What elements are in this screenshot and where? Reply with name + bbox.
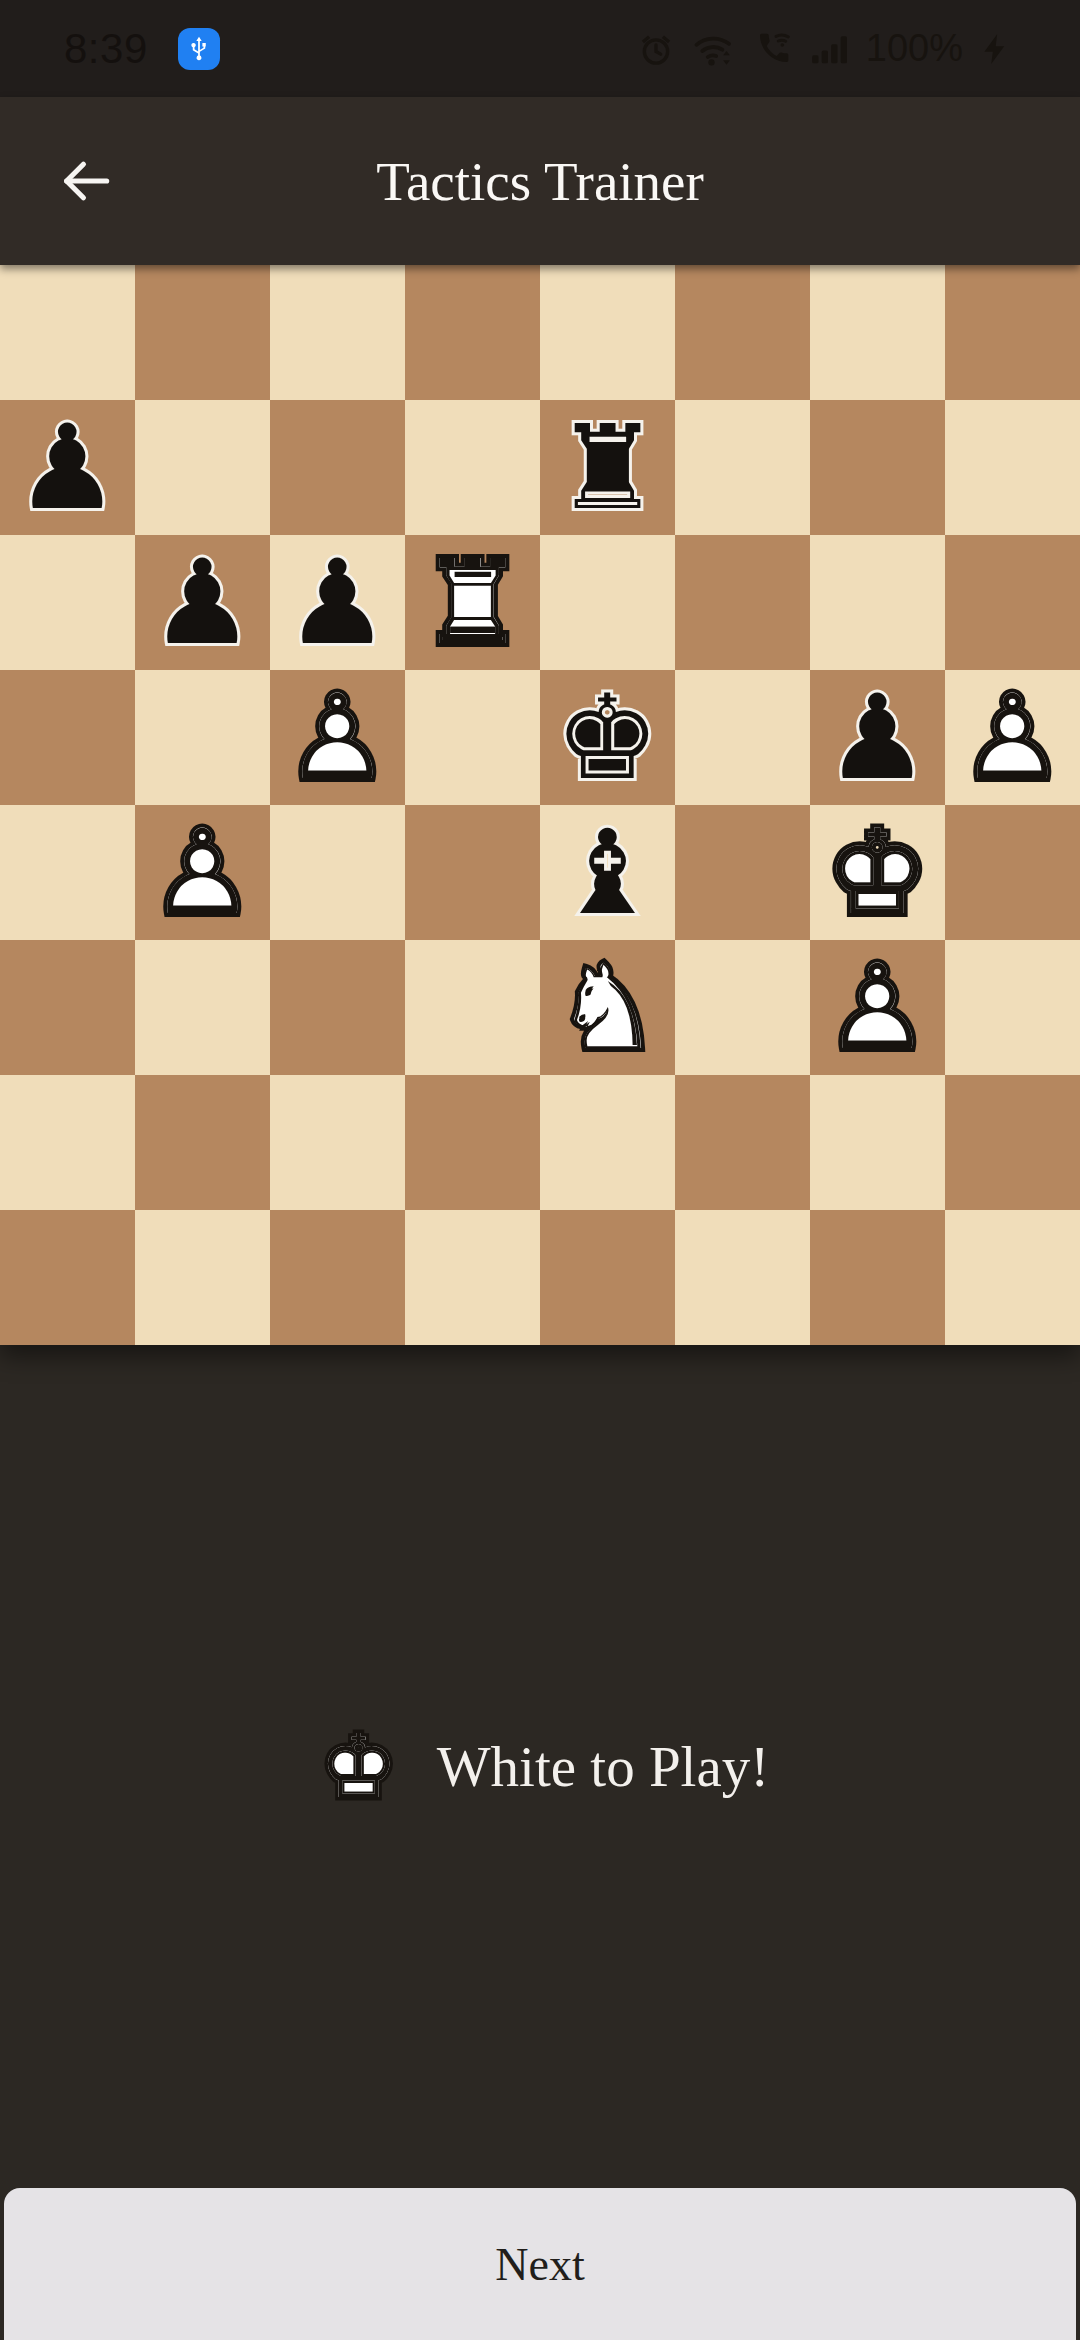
wifi-icon <box>691 29 737 69</box>
piece-glyph-halo: ♚ <box>540 670 675 805</box>
square-c6[interactable]: ♟♟ <box>270 535 405 670</box>
charging-bolt-icon <box>978 29 1012 69</box>
piece-glyph-halo: ♞ <box>540 940 675 1075</box>
app-bar: Tactics Trainer <box>0 97 1080 265</box>
square-b4[interactable]: ♟♟♙ <box>135 805 270 940</box>
piece-white-pawn-c5[interactable]: ♟♟♙ <box>270 670 405 805</box>
square-h6[interactable] <box>945 535 1080 670</box>
piece-glyph-halo: ♜ <box>540 400 675 535</box>
square-b1[interactable] <box>135 1210 270 1345</box>
piece-glyph-body: ♟ <box>0 400 135 535</box>
piece-glyph-detail: ♔ <box>311 1719 407 1815</box>
square-f7[interactable] <box>675 400 810 535</box>
prompt-white-king[interactable]: ♚♚♔ <box>311 1719 407 1815</box>
square-h7[interactable] <box>945 400 1080 535</box>
page-title: Tactics Trainer <box>376 150 704 213</box>
piece-glyph-detail: ♖ <box>405 535 540 670</box>
square-g2[interactable] <box>810 1075 945 1210</box>
piece-black-pawn-c6[interactable]: ♟♟ <box>270 535 405 670</box>
piece-glyph-halo: ♟ <box>135 535 270 670</box>
square-d4[interactable] <box>405 805 540 940</box>
alarm-icon <box>636 29 676 69</box>
square-g6[interactable] <box>810 535 945 670</box>
prompt-area: ♚♚♔ White to Play! <box>0 1345 1080 2188</box>
square-e8[interactable] <box>540 265 675 400</box>
square-a6[interactable] <box>0 535 135 670</box>
square-a4[interactable] <box>0 805 135 940</box>
piece-glyph-body: ♚ <box>311 1719 407 1815</box>
square-b6[interactable]: ♟♟ <box>135 535 270 670</box>
piece-glyph-body: ♟ <box>810 670 945 805</box>
square-e6[interactable] <box>540 535 675 670</box>
piece-black-king-e5[interactable]: ♚♚ <box>540 670 675 805</box>
square-e3[interactable]: ♞♞♘ <box>540 940 675 1075</box>
piece-glyph-detail: ♔ <box>810 805 945 940</box>
square-g3[interactable]: ♟♟♙ <box>810 940 945 1075</box>
piece-glyph-halo: ♟ <box>810 940 945 1075</box>
piece-white-king-g4[interactable]: ♚♚♔ <box>810 805 945 940</box>
square-e2[interactable] <box>540 1075 675 1210</box>
square-b8[interactable] <box>135 265 270 400</box>
piece-glyph-body: ♟ <box>270 670 405 805</box>
square-c2[interactable] <box>270 1075 405 1210</box>
square-c5[interactable]: ♟♟♙ <box>270 670 405 805</box>
piece-glyph-body: ♜ <box>540 400 675 535</box>
square-g8[interactable] <box>810 265 945 400</box>
piece-glyph-detail: ♙ <box>810 940 945 1075</box>
piece-glyph-body: ♟ <box>810 940 945 1075</box>
square-f2[interactable] <box>675 1075 810 1210</box>
piece-black-pawn-b6[interactable]: ♟♟ <box>135 535 270 670</box>
square-e1[interactable] <box>540 1210 675 1345</box>
piece-glyph-halo: ♟ <box>810 670 945 805</box>
wifi-calling-icon <box>752 29 794 69</box>
piece-glyph-body: ♚ <box>540 670 675 805</box>
status-bar: 8:39 100% <box>0 0 1080 97</box>
square-f3[interactable] <box>675 940 810 1075</box>
piece-glyph-body: ♚ <box>810 805 945 940</box>
piece-white-pawn-b4[interactable]: ♟♟♙ <box>135 805 270 940</box>
square-a7[interactable]: ♟♟ <box>0 400 135 535</box>
next-button[interactable]: Next <box>4 2188 1076 2340</box>
square-a3[interactable] <box>0 940 135 1075</box>
piece-glyph-detail: ♙ <box>270 670 405 805</box>
square-d3[interactable] <box>405 940 540 1075</box>
square-f5[interactable] <box>675 670 810 805</box>
piece-white-pawn-h5[interactable]: ♟♟♙ <box>945 670 1080 805</box>
square-b5[interactable] <box>135 670 270 805</box>
piece-glyph-body: ♟ <box>135 805 270 940</box>
square-b3[interactable] <box>135 940 270 1075</box>
piece-glyph-detail: ♙ <box>135 805 270 940</box>
piece-glyph-halo: ♚ <box>311 1719 407 1815</box>
square-a1[interactable] <box>0 1210 135 1345</box>
square-f6[interactable] <box>675 535 810 670</box>
piece-glyph-detail: ♘ <box>540 940 675 1075</box>
piece-black-bishop-e4[interactable]: ♝♝ <box>540 805 675 940</box>
square-g5[interactable]: ♟♟ <box>810 670 945 805</box>
square-c3[interactable] <box>270 940 405 1075</box>
square-h8[interactable] <box>945 265 1080 400</box>
piece-black-pawn-g5[interactable]: ♟♟ <box>810 670 945 805</box>
square-a5[interactable] <box>0 670 135 805</box>
piece-glyph-halo: ♚ <box>810 805 945 940</box>
piece-glyph-halo: ♜ <box>405 535 540 670</box>
square-c8[interactable] <box>270 265 405 400</box>
square-f1[interactable] <box>675 1210 810 1345</box>
piece-white-pawn-g3[interactable]: ♟♟♙ <box>810 940 945 1075</box>
square-e7[interactable]: ♜♜ <box>540 400 675 535</box>
square-h1[interactable] <box>945 1210 1080 1345</box>
square-d8[interactable] <box>405 265 540 400</box>
prompt-text: White to Play! <box>437 1734 769 1799</box>
piece-glyph-body: ♟ <box>135 535 270 670</box>
square-h5[interactable]: ♟♟♙ <box>945 670 1080 805</box>
piece-glyph-halo: ♟ <box>270 535 405 670</box>
piece-glyph-halo: ♟ <box>0 400 135 535</box>
chess-board: ♟♟♜♜♟♟♟♟♜♜♖♟♟♙♚♚♟♟♟♟♙♟♟♙♝♝♚♚♔♞♞♘♟♟♙ <box>0 265 1080 1345</box>
square-e5[interactable]: ♚♚ <box>540 670 675 805</box>
piece-glyph-body: ♟ <box>270 535 405 670</box>
arrow-left-icon <box>55 150 117 212</box>
square-h3[interactable] <box>945 940 1080 1075</box>
piece-glyph-body: ♟ <box>945 670 1080 805</box>
footer: Next <box>0 2188 1080 2340</box>
square-e4[interactable]: ♝♝ <box>540 805 675 940</box>
square-a2[interactable] <box>0 1075 135 1210</box>
piece-glyph-body: ♜ <box>405 535 540 670</box>
piece-glyph-body: ♝ <box>540 805 675 940</box>
status-time: 8:39 <box>64 25 148 73</box>
piece-black-pawn-a7[interactable]: ♟♟ <box>0 400 135 535</box>
piece-white-knight-e3[interactable]: ♞♞♘ <box>540 940 675 1075</box>
square-d5[interactable] <box>405 670 540 805</box>
square-g4[interactable]: ♚♚♔ <box>810 805 945 940</box>
signal-icon <box>809 29 847 69</box>
square-h2[interactable] <box>945 1075 1080 1210</box>
square-f8[interactable] <box>675 265 810 400</box>
piece-glyph-halo: ♝ <box>540 805 675 940</box>
piece-glyph-halo: ♟ <box>270 670 405 805</box>
square-d7[interactable] <box>405 400 540 535</box>
piece-black-rook-e7[interactable]: ♜♜ <box>540 400 675 535</box>
square-b7[interactable] <box>135 400 270 535</box>
square-d6[interactable]: ♜♜♖ <box>405 535 540 670</box>
square-c4[interactable] <box>270 805 405 940</box>
square-b2[interactable] <box>135 1075 270 1210</box>
square-d2[interactable] <box>405 1075 540 1210</box>
square-a8[interactable] <box>0 265 135 400</box>
square-c1[interactable] <box>270 1210 405 1345</box>
back-button[interactable] <box>46 141 126 221</box>
piece-white-rook-d6[interactable]: ♜♜♖ <box>405 535 540 670</box>
battery-percent: 100% <box>866 27 963 70</box>
piece-glyph-detail: ♙ <box>945 670 1080 805</box>
square-g1[interactable] <box>810 1210 945 1345</box>
piece-glyph-halo: ♟ <box>135 805 270 940</box>
square-f4[interactable] <box>675 805 810 940</box>
white-king-icon: ♚♚♔ <box>311 1719 407 1815</box>
piece-glyph-body: ♞ <box>540 940 675 1075</box>
piece-glyph-halo: ♟ <box>945 670 1080 805</box>
square-d1[interactable] <box>405 1210 540 1345</box>
square-g7[interactable] <box>810 400 945 535</box>
usb-icon <box>178 28 220 70</box>
square-c7[interactable] <box>270 400 405 535</box>
square-h4[interactable] <box>945 805 1080 940</box>
